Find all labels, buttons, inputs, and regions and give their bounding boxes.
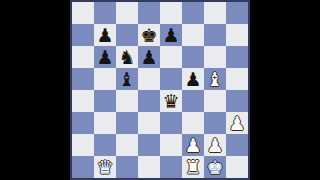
square-d1[interactable] <box>138 156 160 178</box>
square-f3[interactable] <box>182 112 204 134</box>
square-e4[interactable]: ♛ <box>160 90 182 112</box>
piece-black-pawn[interactable]: ♟ <box>182 68 204 90</box>
square-g4[interactable] <box>204 90 226 112</box>
piece-black-bishop[interactable]: ♝ <box>116 68 138 90</box>
square-c4[interactable] <box>116 90 138 112</box>
piece-black-king[interactable]: ♚ <box>138 24 160 46</box>
square-c8[interactable] <box>116 2 138 24</box>
square-h3[interactable]: ♟ <box>226 112 248 134</box>
square-b4[interactable] <box>94 90 116 112</box>
square-a8[interactable] <box>72 2 94 24</box>
square-g2[interactable]: ♟ <box>204 134 226 156</box>
square-a5[interactable] <box>72 68 94 90</box>
square-a2[interactable] <box>72 134 94 156</box>
square-c7[interactable] <box>116 24 138 46</box>
square-d7[interactable]: ♚ <box>138 24 160 46</box>
square-e5[interactable] <box>160 68 182 90</box>
square-e6[interactable] <box>160 46 182 68</box>
square-b5[interactable] <box>94 68 116 90</box>
square-d6[interactable]: ♟ <box>138 46 160 68</box>
square-e7[interactable]: ♟ <box>160 24 182 46</box>
piece-black-pawn[interactable]: ♟ <box>94 24 116 46</box>
square-d5[interactable] <box>138 68 160 90</box>
page-background: ♟♚♟♟♞♟♝♟♝♛♟♟♟♛♜♚ <box>0 0 320 180</box>
square-e1[interactable] <box>160 156 182 178</box>
piece-black-pawn[interactable]: ♟ <box>94 46 116 68</box>
piece-white-queen[interactable]: ♛ <box>94 156 116 178</box>
square-d2[interactable] <box>138 134 160 156</box>
square-h6[interactable] <box>226 46 248 68</box>
square-b2[interactable] <box>94 134 116 156</box>
square-g7[interactable] <box>204 24 226 46</box>
square-h1[interactable] <box>226 156 248 178</box>
square-h8[interactable] <box>226 2 248 24</box>
square-g8[interactable] <box>204 2 226 24</box>
square-d4[interactable] <box>138 90 160 112</box>
square-g5[interactable]: ♝ <box>204 68 226 90</box>
square-d8[interactable] <box>138 2 160 24</box>
square-f6[interactable] <box>182 46 204 68</box>
square-g3[interactable] <box>204 112 226 134</box>
square-b1[interactable]: ♛ <box>94 156 116 178</box>
square-h5[interactable] <box>226 68 248 90</box>
square-c2[interactable] <box>116 134 138 156</box>
square-a3[interactable] <box>72 112 94 134</box>
square-c5[interactable]: ♝ <box>116 68 138 90</box>
square-f2[interactable]: ♟ <box>182 134 204 156</box>
square-f4[interactable] <box>182 90 204 112</box>
square-d3[interactable] <box>138 112 160 134</box>
square-g6[interactable] <box>204 46 226 68</box>
square-e3[interactable] <box>160 112 182 134</box>
square-a7[interactable] <box>72 24 94 46</box>
square-c1[interactable] <box>116 156 138 178</box>
square-e2[interactable] <box>160 134 182 156</box>
piece-white-king[interactable]: ♚ <box>204 156 226 178</box>
piece-black-knight[interactable]: ♞ <box>116 46 138 68</box>
piece-black-pawn[interactable]: ♟ <box>160 24 182 46</box>
square-f5[interactable]: ♟ <box>182 68 204 90</box>
square-c6[interactable]: ♞ <box>116 46 138 68</box>
square-h2[interactable] <box>226 134 248 156</box>
square-f7[interactable] <box>182 24 204 46</box>
square-b3[interactable] <box>94 112 116 134</box>
piece-white-pawn[interactable]: ♟ <box>226 112 248 134</box>
square-b7[interactable]: ♟ <box>94 24 116 46</box>
square-f8[interactable] <box>182 2 204 24</box>
square-f1[interactable]: ♜ <box>182 156 204 178</box>
piece-white-pawn[interactable]: ♟ <box>204 134 226 156</box>
piece-white-pawn[interactable]: ♟ <box>182 134 204 156</box>
piece-black-pawn[interactable]: ♟ <box>138 46 160 68</box>
square-g1[interactable]: ♚ <box>204 156 226 178</box>
square-a1[interactable] <box>72 156 94 178</box>
square-a6[interactable] <box>72 46 94 68</box>
square-h7[interactable] <box>226 24 248 46</box>
piece-white-bishop[interactable]: ♝ <box>204 68 226 90</box>
square-e8[interactable] <box>160 2 182 24</box>
square-a4[interactable] <box>72 90 94 112</box>
square-b8[interactable] <box>94 2 116 24</box>
chess-board: ♟♚♟♟♞♟♝♟♝♛♟♟♟♛♜♚ <box>70 0 250 180</box>
board-grid: ♟♚♟♟♞♟♝♟♝♛♟♟♟♛♜♚ <box>72 2 248 178</box>
square-b6[interactable]: ♟ <box>94 46 116 68</box>
square-h4[interactable] <box>226 90 248 112</box>
piece-white-rook[interactable]: ♜ <box>182 156 204 178</box>
piece-black-queen[interactable]: ♛ <box>160 90 182 112</box>
square-c3[interactable] <box>116 112 138 134</box>
